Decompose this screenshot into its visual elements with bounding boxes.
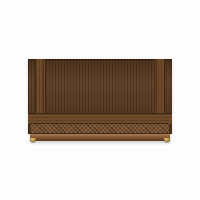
brass-foot-right <box>164 138 170 142</box>
board-front-edge <box>30 134 170 141</box>
folded-chess-board <box>28 59 172 144</box>
brass-foot-left <box>30 138 36 142</box>
board-top-surface <box>28 59 172 134</box>
carved-border-band <box>31 123 169 134</box>
product-photo-background <box>0 0 200 200</box>
checkerboard <box>44 60 156 113</box>
